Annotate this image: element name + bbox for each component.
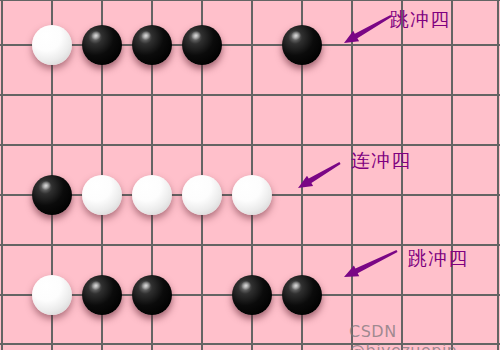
white-stone bbox=[32, 275, 72, 315]
grid-vertical-line bbox=[451, 0, 453, 350]
black-stone bbox=[282, 275, 322, 315]
black-stone bbox=[232, 275, 272, 315]
annotation-label: 跳冲四 bbox=[408, 249, 468, 268]
grid-vertical-line bbox=[351, 0, 353, 350]
grid-vertical-line bbox=[1, 0, 3, 350]
grid-horizontal-line bbox=[0, 0, 500, 1]
black-stone bbox=[82, 275, 122, 315]
black-stone bbox=[32, 175, 72, 215]
black-stone bbox=[182, 25, 222, 65]
black-stone bbox=[282, 25, 322, 65]
black-stone bbox=[132, 275, 172, 315]
annotation-label: 跳冲四 bbox=[390, 10, 450, 29]
white-stone bbox=[232, 175, 272, 215]
annotation-label: 连冲四 bbox=[351, 151, 411, 170]
grid-vertical-line bbox=[401, 0, 403, 350]
grid-horizontal-line bbox=[0, 244, 500, 246]
grid-vertical-line bbox=[497, 0, 499, 350]
white-stone bbox=[32, 25, 72, 65]
black-stone bbox=[132, 25, 172, 65]
grid-horizontal-line bbox=[0, 144, 500, 146]
white-stone bbox=[132, 175, 172, 215]
gomoku-board: 跳冲四连冲四跳冲四 CSDN @biyezuopin bbox=[0, 0, 500, 350]
white-stone bbox=[182, 175, 222, 215]
grid-horizontal-line bbox=[0, 94, 500, 96]
annotation-arrow-icon bbox=[298, 162, 341, 188]
watermark: CSDN @biyezuopin bbox=[349, 322, 500, 350]
grid-horizontal-line bbox=[0, 44, 500, 46]
black-stone bbox=[82, 25, 122, 65]
white-stone bbox=[82, 175, 122, 215]
